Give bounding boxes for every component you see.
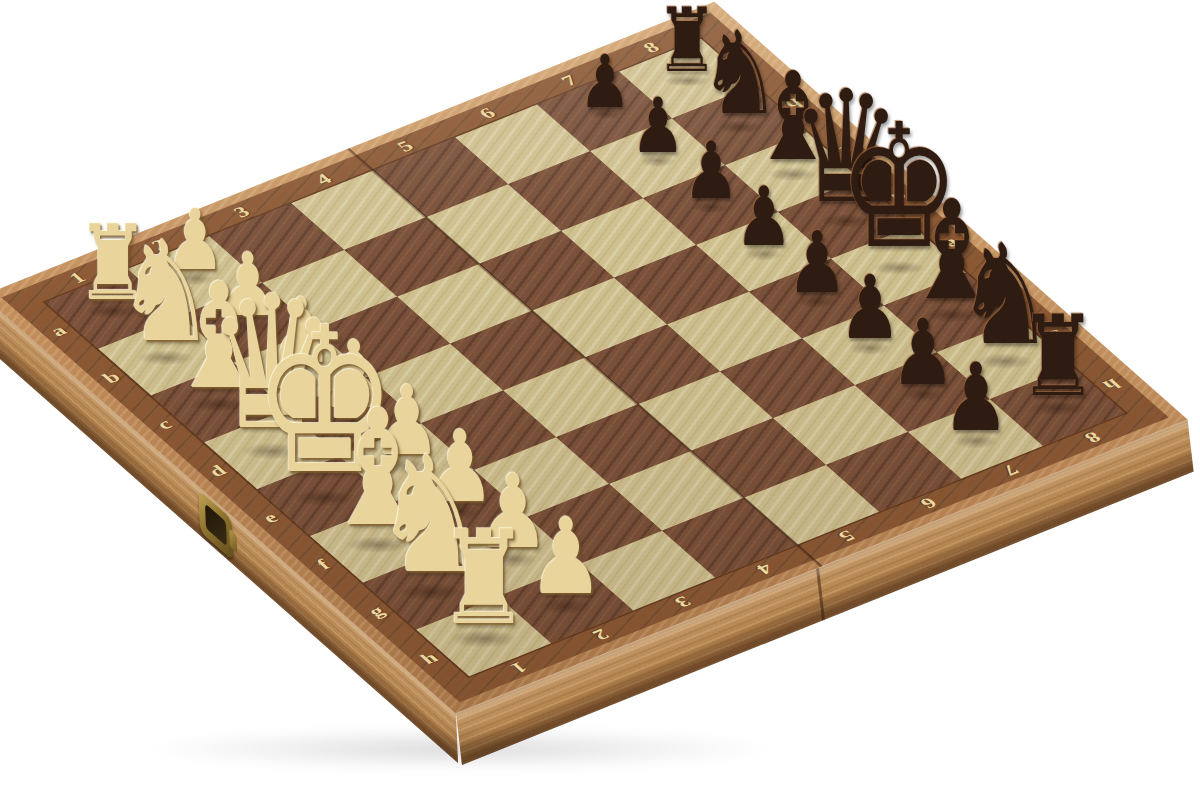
chess-set-product-photo: 1122334455667788aabbccddeeffgghh ♜♟♞♟♝♟♛… — [0, 0, 1200, 787]
pieces-layer: ♜♟♞♟♝♟♛♟♚♟♟♜♝♟♟♞♞♟♟♝♜♟♟♛♟♚♟♝♟♞♟♜ — [0, 0, 1200, 787]
piece-black-pawn-a7: ♟ — [578, 45, 630, 118]
piece-black-pawn-b7: ♟ — [630, 88, 685, 164]
piece-black-pawn-c7: ♟ — [682, 132, 739, 211]
piece-black-rook-h8: ♜ — [1017, 300, 1097, 412]
piece-black-pawn-h7: ♟ — [942, 351, 1009, 445]
piece-white-pawn-h2: ♟ — [528, 505, 603, 610]
piece-black-pawn-d7: ♟ — [734, 176, 793, 258]
piece-white-rook-h1: ♜ — [437, 513, 530, 643]
